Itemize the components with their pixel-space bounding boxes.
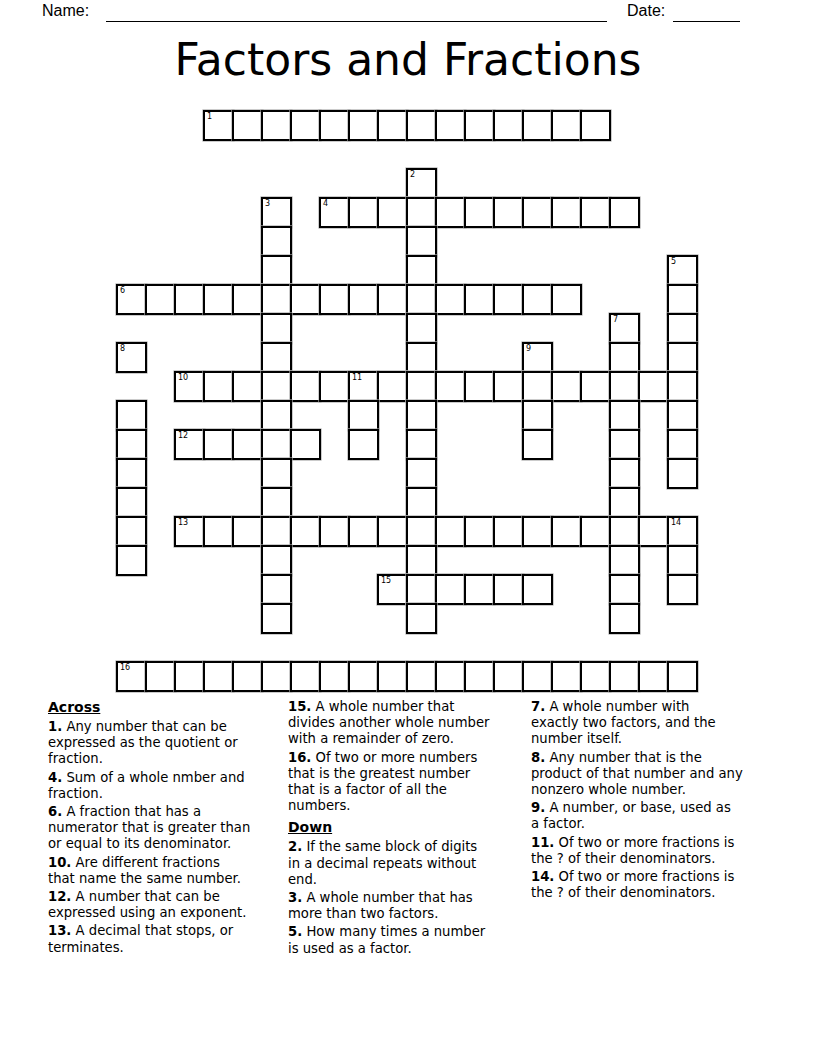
grid-cell-r6c7[interactable] xyxy=(319,284,350,315)
grid-cell-r0c9[interactable] xyxy=(377,110,408,141)
grid-cell-r14c6[interactable] xyxy=(290,516,321,547)
grid-cell-r9c19[interactable] xyxy=(667,371,698,402)
clue-15-line-1: 15. A whole number that xyxy=(288,699,530,715)
grid-cell-r0c4[interactable] xyxy=(232,110,263,141)
grid-cell-r11c10[interactable] xyxy=(406,429,437,460)
grid-cell-r0c16[interactable] xyxy=(580,110,611,141)
clue-13: 13. A decimal that stops, orterminates. xyxy=(48,923,288,955)
clue-number-9: 9 xyxy=(526,344,531,353)
grid-cell-r16c11[interactable] xyxy=(435,574,466,605)
clue-13-line-2: terminates. xyxy=(48,940,288,956)
grid-cell-r3c15[interactable] xyxy=(551,197,582,228)
clue-9-line-2: a factor. xyxy=(531,816,791,832)
grid-cell-r12c17[interactable] xyxy=(609,458,640,489)
grid-cell-r12c5[interactable] xyxy=(261,458,292,489)
grid-cell-r16c10[interactable] xyxy=(406,574,437,605)
grid-cell-r14c14[interactable] xyxy=(522,516,553,547)
clue-7-line-1: 7. A whole number with xyxy=(531,699,791,715)
clue-2-line-3: end. xyxy=(288,872,530,888)
grid-cell-r0c10[interactable] xyxy=(406,110,437,141)
grid-cell-r3c16[interactable] xyxy=(580,197,611,228)
grid-cell-r14c5[interactable] xyxy=(261,516,292,547)
grid-cell-r9c6[interactable] xyxy=(290,371,321,402)
clue-15-line-3: with a remainder of zero. xyxy=(288,731,530,747)
clue-number-5: 5 xyxy=(671,257,676,266)
grid-cell-r14c0[interactable] xyxy=(116,516,147,547)
name-label: Name: xyxy=(42,2,89,20)
clues-heading-down: Down xyxy=(288,819,530,836)
clue-12: 12. A number that can beexpressed using … xyxy=(48,889,288,921)
grid-cell-r19c1[interactable] xyxy=(145,661,176,692)
clue-12-line-1: 12. A number that can be xyxy=(48,889,288,905)
clue-number-12: 12 xyxy=(178,431,188,440)
grid-cell-r8c10[interactable] xyxy=(406,342,437,373)
grid-cell-r13c10[interactable] xyxy=(406,487,437,518)
clue-16-line-1: 16. Of two or more numbers xyxy=(288,750,530,766)
clue-1-line-3: fraction. xyxy=(48,751,288,767)
clue-num-label: 8. xyxy=(531,750,545,765)
grid-cell-r10c19[interactable] xyxy=(667,400,698,431)
clue-num-label: 1. xyxy=(48,719,62,734)
grid-cell-r19c19[interactable] xyxy=(667,661,698,692)
grid-cell-r7c10[interactable] xyxy=(406,313,437,344)
date-label: Date: xyxy=(627,2,665,20)
clue-number-8: 8 xyxy=(120,344,125,353)
grid-cell-r11c14[interactable] xyxy=(522,429,553,460)
clue-3-line-1: 3. A whole number that has xyxy=(288,890,530,906)
clue-14: 14. Of two or more fractions isthe ? of … xyxy=(531,869,791,901)
grid-cell-r3c8[interactable] xyxy=(348,197,379,228)
clue-num-label: 10. xyxy=(48,855,71,870)
grid-cell-r11c3[interactable] xyxy=(203,429,234,460)
clue-8: 8. Any number that is theproduct of that… xyxy=(531,750,791,799)
grid-cell-r6c9[interactable] xyxy=(377,284,408,315)
grid-cell-r16c12[interactable] xyxy=(464,574,495,605)
grid-cell-r7c5[interactable] xyxy=(261,313,292,344)
clue-16-line-2: that is the greatest number xyxy=(288,766,530,782)
clue-num-label: 9. xyxy=(531,800,545,815)
grid-cell-r6c14[interactable] xyxy=(522,284,553,315)
grid-cell-r12c0[interactable] xyxy=(116,458,147,489)
grid-cell-r14c10[interactable] xyxy=(406,516,437,547)
grid-cell-r0c3[interactable]: 1 xyxy=(203,110,234,141)
clue-15-line-2: divides another whole number xyxy=(288,715,530,731)
grid-cell-r9c4[interactable] xyxy=(232,371,263,402)
grid-cell-r9c7[interactable] xyxy=(319,371,350,402)
grid-cell-r19c10[interactable] xyxy=(406,661,437,692)
grid-cell-r9c13[interactable] xyxy=(493,371,524,402)
clue-3: 3. A whole number that hasmore than two … xyxy=(288,890,530,922)
grid-cell-r0c6[interactable] xyxy=(290,110,321,141)
grid-cell-r8c5[interactable] xyxy=(261,342,292,373)
grid-cell-r9c14[interactable] xyxy=(522,371,553,402)
grid-cell-r14c13[interactable] xyxy=(493,516,524,547)
clue-5-line-1: 5. How many times a number xyxy=(288,924,530,940)
clue-11: 11. Of two or more fractions isthe ? of … xyxy=(531,835,791,867)
clue-num-label: 16. xyxy=(288,750,311,765)
grid-cell-r0c11[interactable] xyxy=(435,110,466,141)
grid-cell-r16c9[interactable]: 15 xyxy=(377,574,408,605)
grid-cell-r11c8[interactable] xyxy=(348,429,379,460)
grid-cell-r6c19[interactable] xyxy=(667,284,698,315)
clue-2-line-2: in a decimal repeats without xyxy=(288,856,530,872)
clue-number-7: 7 xyxy=(613,315,618,324)
date-blank-line xyxy=(673,2,740,22)
clue-number-2: 2 xyxy=(410,170,415,179)
grid-cell-r14c15[interactable] xyxy=(551,516,582,547)
grid-cell-r11c0[interactable] xyxy=(116,429,147,460)
grid-cell-r19c13[interactable] xyxy=(493,661,524,692)
clue-num-label: 4. xyxy=(48,770,62,785)
clue-num-label: 14. xyxy=(531,869,554,884)
grid-cell-r15c10[interactable] xyxy=(406,545,437,576)
grid-cell-r0c7[interactable] xyxy=(319,110,350,141)
grid-cell-r15c17[interactable] xyxy=(609,545,640,576)
clue-6-line-1: 6. A fraction that has a xyxy=(48,804,288,820)
grid-cell-r11c2[interactable]: 12 xyxy=(174,429,205,460)
grid-cell-r14c9[interactable] xyxy=(377,516,408,547)
grid-cell-r6c13[interactable] xyxy=(493,284,524,315)
grid-cell-r17c10[interactable] xyxy=(406,603,437,634)
grid-cell-r16c13[interactable] xyxy=(493,574,524,605)
grid-cell-r15c5[interactable] xyxy=(261,545,292,576)
grid-cell-r19c3[interactable] xyxy=(203,661,234,692)
clue-4: 4. Sum of a whole nmber andfraction. xyxy=(48,770,288,802)
grid-cell-r13c0[interactable] xyxy=(116,487,147,518)
clue-14-line-1: 14. Of two or more fractions is xyxy=(531,869,791,885)
grid-cell-r0c14[interactable] xyxy=(522,110,553,141)
clue-num-label: 6. xyxy=(48,804,62,819)
clues-heading-across: Across xyxy=(48,699,288,716)
grid-cell-r6c4[interactable] xyxy=(232,284,263,315)
grid-cell-r14c7[interactable] xyxy=(319,516,350,547)
grid-cell-r6c2[interactable] xyxy=(174,284,205,315)
grid-cell-r19c17[interactable] xyxy=(609,661,640,692)
grid-cell-r19c5[interactable] xyxy=(261,661,292,692)
clue-2: 2. If the same block of digitsin a decim… xyxy=(288,839,530,888)
grid-cell-r13c17[interactable] xyxy=(609,487,640,518)
clue-number-3: 3 xyxy=(265,199,270,208)
grid-cell-r9c2[interactable]: 10 xyxy=(174,371,205,402)
grid-cell-r19c16[interactable] xyxy=(580,661,611,692)
clue-num-label: 5. xyxy=(288,924,302,939)
grid-cell-r19c6[interactable] xyxy=(290,661,321,692)
grid-cell-r9c3[interactable] xyxy=(203,371,234,402)
clue-16-line-3: that is a factor of all the xyxy=(288,782,530,798)
grid-cell-r16c19[interactable] xyxy=(667,574,698,605)
grid-cell-r3c11[interactable] xyxy=(435,197,466,228)
grid-cell-r6c8[interactable] xyxy=(348,284,379,315)
clue-12-line-2: expressed using an exponent. xyxy=(48,905,288,921)
grid-cell-r2c10[interactable]: 2 xyxy=(406,168,437,199)
grid-cell-r9c11[interactable] xyxy=(435,371,466,402)
grid-cell-r5c10[interactable] xyxy=(406,255,437,286)
grid-cell-r8c17[interactable] xyxy=(609,342,640,373)
grid-cell-r3c17[interactable] xyxy=(609,197,640,228)
grid-cell-r12c19[interactable] xyxy=(667,458,698,489)
grid-cell-r11c5[interactable] xyxy=(261,429,292,460)
clue-16-line-4: numbers. xyxy=(288,798,530,814)
name-blank-line xyxy=(106,2,607,22)
grid-cell-r11c6[interactable] xyxy=(290,429,321,460)
grid-cell-r15c0[interactable] xyxy=(116,545,147,576)
grid-cell-r6c5[interactable] xyxy=(261,284,292,315)
clue-6-line-3: or equal to its denominator. xyxy=(48,836,288,852)
grid-cell-r17c5[interactable] xyxy=(261,603,292,634)
grid-cell-r19c2[interactable] xyxy=(174,661,205,692)
grid-cell-r7c19[interactable] xyxy=(667,313,698,344)
clue-14-line-2: the ? of their denominators. xyxy=(531,885,791,901)
grid-cell-r8c14[interactable]: 9 xyxy=(522,342,553,373)
clue-1-line-1: 1. Any number that can be xyxy=(48,719,288,735)
grid-cell-r19c0[interactable]: 16 xyxy=(116,661,147,692)
clue-column-2: 15. A whole number thatdivides another w… xyxy=(288,699,530,959)
grid-cell-r9c9[interactable] xyxy=(377,371,408,402)
grid-cell-r19c8[interactable] xyxy=(348,661,379,692)
clue-number-1: 1 xyxy=(207,112,212,121)
grid-cell-r6c12[interactable] xyxy=(464,284,495,315)
grid-cell-r3c10[interactable] xyxy=(406,197,437,228)
page-title: Factors and Fractions xyxy=(0,34,816,85)
grid-cell-r10c14[interactable] xyxy=(522,400,553,431)
clue-9-line-1: 9. A number, or base, used as xyxy=(531,800,791,816)
grid-cell-r14c16[interactable] xyxy=(580,516,611,547)
grid-cell-r10c8[interactable] xyxy=(348,400,379,431)
clue-num-label: 2. xyxy=(288,839,302,854)
clue-6: 6. A fraction that has anumerator that i… xyxy=(48,804,288,853)
grid-cell-r16c14[interactable] xyxy=(522,574,553,605)
clue-number-15: 15 xyxy=(381,576,391,585)
clue-column-3: 7. A whole number withexactly two factor… xyxy=(531,699,791,903)
grid-cell-r6c0[interactable]: 6 xyxy=(116,284,147,315)
clue-8-line-3: nonzero whole number. xyxy=(531,782,791,798)
clue-10-line-1: 10. Are different fractions xyxy=(48,855,288,871)
clue-number-16: 16 xyxy=(120,663,130,672)
grid-cell-r14c12[interactable] xyxy=(464,516,495,547)
grid-cell-r14c11[interactable] xyxy=(435,516,466,547)
clue-1-line-2: expressed as the quotient or xyxy=(48,735,288,751)
grid-cell-r5c5[interactable] xyxy=(261,255,292,286)
grid-cell-r14c17[interactable] xyxy=(609,516,640,547)
grid-cell-r9c18[interactable] xyxy=(638,371,669,402)
grid-cell-r3c7[interactable]: 4 xyxy=(319,197,350,228)
clue-num-label: 7. xyxy=(531,699,545,714)
clue-num-label: 12. xyxy=(48,889,71,904)
clue-8-line-2: product of that number and any xyxy=(531,766,791,782)
grid-cell-r8c0[interactable]: 8 xyxy=(116,342,147,373)
grid-cell-r11c17[interactable] xyxy=(609,429,640,460)
grid-cell-r10c0[interactable] xyxy=(116,400,147,431)
clue-7: 7. A whole number withexactly two factor… xyxy=(531,699,791,748)
grid-cell-r15c19[interactable] xyxy=(667,545,698,576)
clue-15: 15. A whole number thatdivides another w… xyxy=(288,699,530,748)
clue-number-13: 13 xyxy=(178,518,188,527)
grid-cell-r0c8[interactable] xyxy=(348,110,379,141)
clue-num-label: 13. xyxy=(48,923,71,938)
grid-cell-r14c4[interactable] xyxy=(232,516,263,547)
crossword-grid: 12345678910111213141516 xyxy=(116,110,698,692)
grid-cell-r3c14[interactable] xyxy=(522,197,553,228)
grid-cell-r14c19[interactable]: 14 xyxy=(667,516,698,547)
grid-cell-r3c12[interactable] xyxy=(464,197,495,228)
grid-cell-r19c7[interactable] xyxy=(319,661,350,692)
clue-6-line-2: numerator that is greater than xyxy=(48,820,288,836)
grid-cell-r6c6[interactable] xyxy=(290,284,321,315)
grid-cell-r9c8[interactable]: 11 xyxy=(348,371,379,402)
grid-cell-r19c12[interactable] xyxy=(464,661,495,692)
clue-5: 5. How many times a numberis used as a f… xyxy=(288,924,530,956)
clue-11-line-1: 11. Of two or more fractions is xyxy=(531,835,791,851)
grid-cell-r7c17[interactable]: 7 xyxy=(609,313,640,344)
clue-number-11: 11 xyxy=(352,373,362,382)
grid-cell-r19c9[interactable] xyxy=(377,661,408,692)
grid-cell-r10c5[interactable] xyxy=(261,400,292,431)
grid-cell-r14c8[interactable] xyxy=(348,516,379,547)
grid-cell-r6c3[interactable] xyxy=(203,284,234,315)
grid-cell-r19c15[interactable] xyxy=(551,661,582,692)
worksheet-page: Name: Date: Factors and Fractions 123456… xyxy=(0,0,816,1056)
clue-2-line-1: 2. If the same block of digits xyxy=(288,839,530,855)
grid-cell-r19c11[interactable] xyxy=(435,661,466,692)
clue-7-line-2: exactly two factors, and the xyxy=(531,715,791,731)
grid-cell-r9c17[interactable] xyxy=(609,371,640,402)
clue-number-14: 14 xyxy=(671,518,681,527)
grid-cell-r6c11[interactable] xyxy=(435,284,466,315)
grid-cell-r6c10[interactable] xyxy=(406,284,437,315)
clue-16: 16. Of two or more numbersthat is the gr… xyxy=(288,750,530,815)
grid-cell-r4c10[interactable] xyxy=(406,226,437,257)
grid-cell-r0c12[interactable] xyxy=(464,110,495,141)
grid-cell-r6c1[interactable] xyxy=(145,284,176,315)
grid-cell-r19c14[interactable] xyxy=(522,661,553,692)
grid-cell-r17c17[interactable] xyxy=(609,603,640,634)
clue-7-line-3: number itself. xyxy=(531,731,791,747)
grid-cell-r11c19[interactable] xyxy=(667,429,698,460)
grid-cell-r13c5[interactable] xyxy=(261,487,292,518)
clue-number-10: 10 xyxy=(178,373,188,382)
grid-cell-r14c2[interactable]: 13 xyxy=(174,516,205,547)
grid-cell-r4c5[interactable] xyxy=(261,226,292,257)
grid-cell-r6c15[interactable] xyxy=(551,284,582,315)
clue-10-line-2: that name the same number. xyxy=(48,871,288,887)
clue-num-label: 15. xyxy=(288,699,311,714)
clue-num-label: 3. xyxy=(288,890,302,905)
clue-column-1: Across1. Any number that can beexpressed… xyxy=(48,699,288,958)
grid-cell-r10c10[interactable] xyxy=(406,400,437,431)
clue-10: 10. Are different fractionsthat name the… xyxy=(48,855,288,887)
clue-number-6: 6 xyxy=(120,286,125,295)
grid-cell-r0c5[interactable] xyxy=(261,110,292,141)
grid-cell-r16c17[interactable] xyxy=(609,574,640,605)
grid-cell-r9c10[interactable] xyxy=(406,371,437,402)
clue-13-line-1: 13. A decimal that stops, or xyxy=(48,923,288,939)
clue-4-line-1: 4. Sum of a whole nmber and xyxy=(48,770,288,786)
clue-8-line-1: 8. Any number that is the xyxy=(531,750,791,766)
grid-cell-r8c19[interactable] xyxy=(667,342,698,373)
grid-cell-r14c18[interactable] xyxy=(638,516,669,547)
grid-cell-r3c13[interactable] xyxy=(493,197,524,228)
grid-cell-r19c18[interactable] xyxy=(638,661,669,692)
clue-9: 9. A number, or base, used asa factor. xyxy=(531,800,791,832)
clue-number-4: 4 xyxy=(323,199,328,208)
clue-num-label: 11. xyxy=(531,835,554,850)
grid-cell-r11c4[interactable] xyxy=(232,429,263,460)
clue-5-line-2: is used as a factor. xyxy=(288,941,530,957)
grid-cell-r12c10[interactable] xyxy=(406,458,437,489)
clue-4-line-2: fraction. xyxy=(48,786,288,802)
grid-cell-r10c17[interactable] xyxy=(609,400,640,431)
grid-cell-r3c5[interactable]: 3 xyxy=(261,197,292,228)
grid-cell-r9c15[interactable] xyxy=(551,371,582,402)
grid-cell-r14c3[interactable] xyxy=(203,516,234,547)
grid-cell-r9c16[interactable] xyxy=(580,371,611,402)
grid-cell-r19c4[interactable] xyxy=(232,661,263,692)
clue-1: 1. Any number that can beexpressed as th… xyxy=(48,719,288,768)
grid-cell-r3c9[interactable] xyxy=(377,197,408,228)
grid-cell-r9c12[interactable] xyxy=(464,371,495,402)
clue-11-line-2: the ? of their denominators. xyxy=(531,851,791,867)
grid-cell-r9c5[interactable] xyxy=(261,371,292,402)
grid-cell-r0c15[interactable] xyxy=(551,110,582,141)
grid-cell-r5c19[interactable]: 5 xyxy=(667,255,698,286)
grid-cell-r16c5[interactable] xyxy=(261,574,292,605)
clue-3-line-2: more than two factors. xyxy=(288,906,530,922)
grid-cell-r0c13[interactable] xyxy=(493,110,524,141)
